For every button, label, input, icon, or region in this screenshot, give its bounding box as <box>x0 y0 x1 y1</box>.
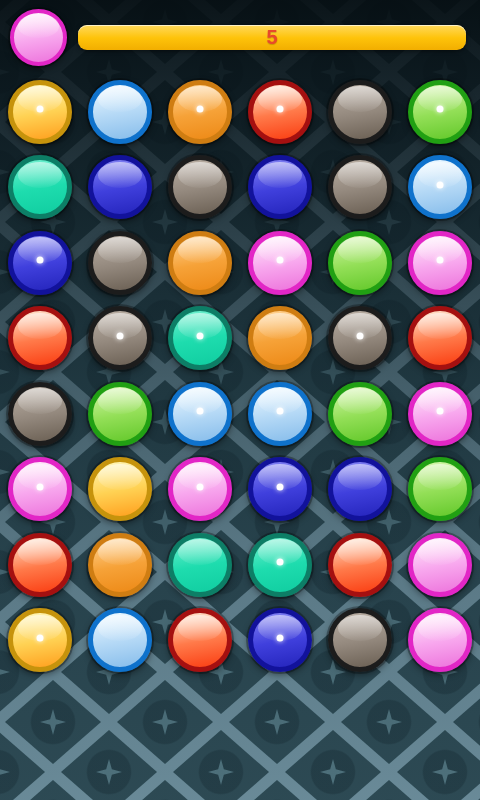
ball-r4c1-red[interactable] <box>8 306 72 370</box>
ball-r7c3-teal[interactable] <box>168 533 232 597</box>
ball-r2c4-blue[interactable] <box>248 155 312 219</box>
ball-r2c1-teal[interactable] <box>8 155 72 219</box>
ball-gloss <box>338 388 382 414</box>
ball-r6c5-blue[interactable] <box>328 457 392 521</box>
ball-r3c3-orange[interactable] <box>168 231 232 295</box>
ball-r8c3-red[interactable] <box>168 608 232 672</box>
ball-r4c2-gray[interactable] <box>88 306 152 370</box>
ball-center-dot <box>277 634 284 641</box>
ball-gloss <box>338 237 382 263</box>
ball-center-dot <box>437 257 444 264</box>
ball-gloss <box>98 539 142 565</box>
ball-center-dot <box>37 483 44 490</box>
ball-center-dot <box>277 408 284 415</box>
ball-r5c3-lightblue[interactable] <box>168 382 232 446</box>
ball-r5c4-lightblue[interactable] <box>248 382 312 446</box>
bg-sparkle-icon <box>362 695 416 749</box>
ball-center-dot <box>437 408 444 415</box>
ball-r3c5-green[interactable] <box>328 231 392 295</box>
ball-r5c6-pink[interactable] <box>408 382 472 446</box>
selected-ball-indicator <box>10 9 67 66</box>
ball-r6c2-yellow[interactable] <box>88 457 152 521</box>
ball-center-dot <box>117 332 124 339</box>
ball-r6c3-pink[interactable] <box>168 457 232 521</box>
ball-r3c4-pink[interactable] <box>248 231 312 295</box>
ball-gloss <box>258 313 302 339</box>
bg-sparkle-icon <box>418 745 472 799</box>
ball-center-dot <box>197 332 204 339</box>
ball-r1c2-lightblue[interactable] <box>88 80 152 144</box>
ball-r7c2-orange[interactable] <box>88 533 152 597</box>
ball-gloss <box>338 162 382 188</box>
ball-center-dot <box>37 106 44 113</box>
ball-gloss <box>338 539 382 565</box>
ball-r4c6-red[interactable] <box>408 306 472 370</box>
ball-r2c3-gray[interactable] <box>168 155 232 219</box>
ball-gloss <box>18 313 62 339</box>
bg-sparkle-icon <box>26 695 80 749</box>
ball-r8c4-blue[interactable] <box>248 608 312 672</box>
ball-r2c6-lightblue[interactable] <box>408 155 472 219</box>
ball-r4c4-orange[interactable] <box>248 306 312 370</box>
ball-r6c1-pink[interactable] <box>8 457 72 521</box>
game-board <box>0 74 480 678</box>
ball-r7c6-pink[interactable] <box>408 533 472 597</box>
ball-r3c2-gray[interactable] <box>88 231 152 295</box>
ball-gloss <box>178 162 222 188</box>
ball-r7c5-red[interactable] <box>328 533 392 597</box>
ball-r6c4-blue[interactable] <box>248 457 312 521</box>
ball-gloss <box>98 615 142 641</box>
ball-gloss <box>178 539 222 565</box>
ball-r4c3-teal[interactable] <box>168 306 232 370</box>
ball-center-dot <box>437 181 444 188</box>
ball-r5c1-gray[interactable] <box>8 382 72 446</box>
bg-sparkle-icon <box>306 745 360 799</box>
ball-gloss <box>338 86 382 112</box>
bg-sparkle-icon <box>194 745 248 799</box>
ball-r8c1-yellow[interactable] <box>8 608 72 672</box>
ball-gloss <box>18 162 62 188</box>
bg-sparkle-icon <box>138 695 192 749</box>
bg-sparkle-icon <box>82 745 136 799</box>
ball-gloss <box>418 539 462 565</box>
ball-center-dot <box>277 257 284 264</box>
ball-r1c4-red[interactable] <box>248 80 312 144</box>
progress-value: 5 <box>266 25 277 50</box>
ball-gloss <box>418 313 462 339</box>
ball-center-dot <box>197 408 204 415</box>
ball-r6c6-green[interactable] <box>408 457 472 521</box>
ball-center-dot <box>277 559 284 566</box>
ball-r3c1-blue[interactable] <box>8 231 72 295</box>
progress-bar: 5 <box>78 25 466 50</box>
ball-r1c1-yellow[interactable] <box>8 80 72 144</box>
ball-r5c2-green[interactable] <box>88 382 152 446</box>
ball-gloss <box>178 237 222 263</box>
ball-center-dot <box>197 483 204 490</box>
ball-gloss <box>338 615 382 641</box>
ball-gloss <box>418 464 462 490</box>
ball-r1c6-green[interactable] <box>408 80 472 144</box>
ball-center-dot <box>277 106 284 113</box>
ball-center-dot <box>437 106 444 113</box>
ball-r3c6-pink[interactable] <box>408 231 472 295</box>
ball-r8c2-lightblue[interactable] <box>88 608 152 672</box>
ball-gloss <box>178 615 222 641</box>
ball-r8c6-pink[interactable] <box>408 608 472 672</box>
ball-r4c5-gray[interactable] <box>328 306 392 370</box>
ball-center-dot <box>277 483 284 490</box>
ball-r5c5-green[interactable] <box>328 382 392 446</box>
ball-r2c5-gray[interactable] <box>328 155 392 219</box>
ball-r2c2-blue[interactable] <box>88 155 152 219</box>
ball-gloss <box>98 237 142 263</box>
ball-center-dot <box>37 257 44 264</box>
ball-gloss <box>98 464 142 490</box>
ball-r7c1-red[interactable] <box>8 533 72 597</box>
ball-gloss <box>18 539 62 565</box>
ball-center-dot <box>197 106 204 113</box>
ball-gloss <box>98 162 142 188</box>
ball-r7c4-teal[interactable] <box>248 533 312 597</box>
ball-r8c5-gray[interactable] <box>328 608 392 672</box>
ball-gloss <box>98 388 142 414</box>
game-screen: 5 <box>0 0 480 800</box>
ball-gloss <box>18 14 58 38</box>
ball-gloss <box>418 615 462 641</box>
ball-r1c3-orange[interactable] <box>168 80 232 144</box>
ball-gloss <box>18 388 62 414</box>
ball-gloss <box>98 86 142 112</box>
ball-center-dot <box>357 332 364 339</box>
ball-gloss <box>258 162 302 188</box>
ball-gloss <box>338 464 382 490</box>
ball-r1c5-gray[interactable] <box>328 80 392 144</box>
ball-center-dot <box>37 634 44 641</box>
bg-sparkle-icon <box>250 695 304 749</box>
